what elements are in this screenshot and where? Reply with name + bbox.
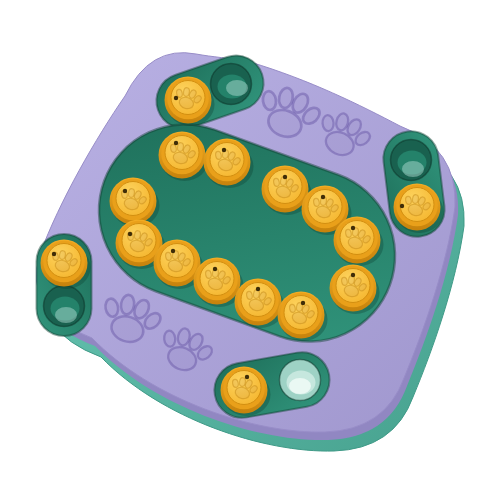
product-photo-canvas xyxy=(0,0,500,500)
piece-hole-dot xyxy=(283,175,287,179)
piece-hole-dot xyxy=(256,287,260,291)
piece-hole-dot xyxy=(123,189,127,193)
treat-well-top-left xyxy=(211,64,252,105)
piece-hole-dot xyxy=(321,195,325,199)
piece-hole-dot xyxy=(301,301,305,305)
piece-hole-dot xyxy=(222,148,226,152)
piece-hole-dot xyxy=(351,226,355,230)
piece-hole-dot xyxy=(128,232,132,236)
piece-hole-dot xyxy=(174,96,178,100)
piece-hole-dot xyxy=(351,273,355,277)
treat-well-bottom-left xyxy=(44,286,85,327)
piece-hole-dot xyxy=(52,252,56,256)
piece-hole-dot xyxy=(400,204,404,208)
piece-hole-dot xyxy=(174,141,178,145)
puzzle-board xyxy=(0,0,500,500)
piece-hole-dot xyxy=(171,249,175,253)
treat-well-bottom-right xyxy=(280,360,321,401)
piece-hole-dot xyxy=(245,375,249,379)
piece-hole-dot xyxy=(213,267,217,271)
treat-well-top-right xyxy=(391,140,432,181)
